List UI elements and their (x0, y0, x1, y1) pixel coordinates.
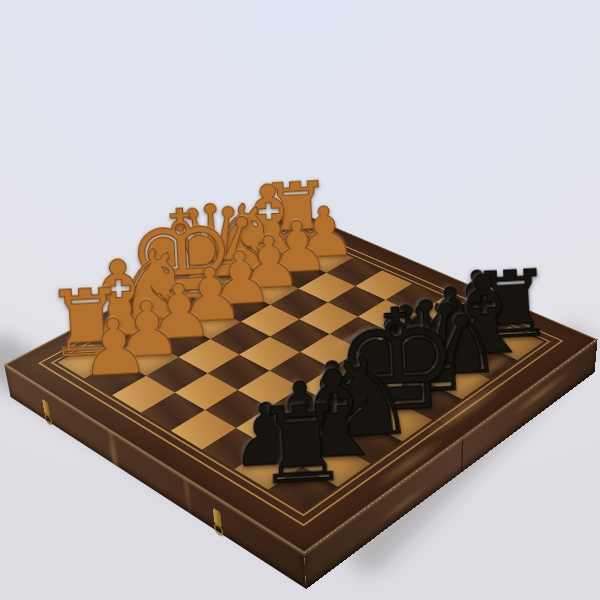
photo-backdrop: ♜♝♞♚♛♞♝♜♟♟♟♟♟♟♟♟♟♟♟♟♟♟♟♟♜♝♞♚♛♞♝♜ (0, 0, 600, 600)
brass-clasp-ring (213, 522, 223, 538)
square-h3[interactable] (112, 376, 175, 413)
